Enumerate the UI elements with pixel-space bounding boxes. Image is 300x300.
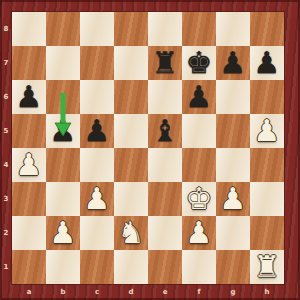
black-bishop-e5[interactable]: ♝	[152, 114, 179, 148]
square-g5[interactable]	[216, 114, 250, 148]
square-g1[interactable]	[216, 250, 250, 284]
square-h5[interactable]: ♟	[250, 114, 284, 148]
square-c6[interactable]	[80, 80, 114, 114]
square-b6[interactable]	[46, 80, 80, 114]
white-pawn-a4[interactable]: ♟	[16, 148, 43, 182]
square-g7[interactable]: ♟	[216, 46, 250, 80]
square-f7[interactable]: ♚	[182, 46, 216, 80]
square-d7[interactable]	[114, 46, 148, 80]
chess-board: ♜♚♟♟♟♟♟♟♝♟♟♟♚♟♟♞♟♜	[12, 12, 284, 284]
square-b8[interactable]	[46, 12, 80, 46]
square-a8[interactable]	[12, 12, 46, 46]
square-f2[interactable]: ♟	[182, 216, 216, 250]
square-e7[interactable]: ♜	[148, 46, 182, 80]
rank-label-7: 7	[0, 46, 12, 80]
square-d6[interactable]	[114, 80, 148, 114]
square-b2[interactable]: ♟	[46, 216, 80, 250]
square-e5[interactable]: ♝	[148, 114, 182, 148]
square-e8[interactable]	[148, 12, 182, 46]
square-f5[interactable]	[182, 114, 216, 148]
black-pawn-a6[interactable]: ♟	[16, 80, 43, 114]
white-rook-h1[interactable]: ♜	[254, 250, 281, 284]
square-h8[interactable]	[250, 12, 284, 46]
square-f1[interactable]	[182, 250, 216, 284]
square-c1[interactable]	[80, 250, 114, 284]
square-h6[interactable]	[250, 80, 284, 114]
square-c4[interactable]	[80, 148, 114, 182]
rank-label-3: 3	[0, 182, 12, 216]
square-e3[interactable]	[148, 182, 182, 216]
square-b4[interactable]	[46, 148, 80, 182]
white-pawn-h5[interactable]: ♟	[254, 114, 281, 148]
black-rook-e7[interactable]: ♜	[152, 46, 179, 80]
square-a2[interactable]	[12, 216, 46, 250]
rank-label-8: 8	[0, 12, 12, 46]
file-label-d: d	[114, 285, 148, 299]
square-e6[interactable]	[148, 80, 182, 114]
black-pawn-c5[interactable]: ♟	[84, 114, 111, 148]
square-g2[interactable]	[216, 216, 250, 250]
square-a1[interactable]	[12, 250, 46, 284]
rank-label-1: 1	[0, 250, 12, 284]
chess-board-frame: ♜♚♟♟♟♟♟♟♝♟♟♟♚♟♟♞♟♜ 87654321 abcdefgh	[0, 0, 300, 300]
square-d5[interactable]	[114, 114, 148, 148]
rank-label-6: 6	[0, 80, 12, 114]
white-pawn-c3[interactable]: ♟	[84, 182, 111, 216]
white-pawn-g3[interactable]: ♟	[220, 182, 247, 216]
file-label-c: c	[80, 285, 114, 299]
square-g4[interactable]	[216, 148, 250, 182]
file-label-e: e	[148, 285, 182, 299]
square-e4[interactable]	[148, 148, 182, 182]
square-f8[interactable]	[182, 12, 216, 46]
square-c3[interactable]: ♟	[80, 182, 114, 216]
file-label-g: g	[216, 285, 250, 299]
square-d8[interactable]	[114, 12, 148, 46]
square-d2[interactable]: ♞	[114, 216, 148, 250]
square-d4[interactable]	[114, 148, 148, 182]
square-d1[interactable]	[114, 250, 148, 284]
square-c2[interactable]	[80, 216, 114, 250]
square-a7[interactable]	[12, 46, 46, 80]
square-g6[interactable]	[216, 80, 250, 114]
square-h4[interactable]	[250, 148, 284, 182]
file-label-b: b	[46, 285, 80, 299]
black-pawn-b5[interactable]: ♟	[50, 114, 77, 148]
square-a6[interactable]: ♟	[12, 80, 46, 114]
square-h1[interactable]: ♜	[250, 250, 284, 284]
white-king-f3[interactable]: ♚	[186, 182, 213, 216]
black-pawn-h7[interactable]: ♟	[254, 46, 281, 80]
square-e2[interactable]	[148, 216, 182, 250]
square-f3[interactable]: ♚	[182, 182, 216, 216]
square-g3[interactable]: ♟	[216, 182, 250, 216]
white-pawn-f2[interactable]: ♟	[186, 216, 213, 250]
square-e1[interactable]	[148, 250, 182, 284]
square-c7[interactable]	[80, 46, 114, 80]
square-a5[interactable]	[12, 114, 46, 148]
rank-label-2: 2	[0, 216, 12, 250]
file-label-h: h	[250, 285, 284, 299]
square-a4[interactable]: ♟	[12, 148, 46, 182]
square-h7[interactable]: ♟	[250, 46, 284, 80]
square-b1[interactable]	[46, 250, 80, 284]
black-pawn-f6[interactable]: ♟	[186, 80, 213, 114]
square-c5[interactable]: ♟	[80, 114, 114, 148]
square-g8[interactable]	[216, 12, 250, 46]
square-b5[interactable]: ♟	[46, 114, 80, 148]
black-pawn-g7[interactable]: ♟	[220, 46, 247, 80]
square-h3[interactable]	[250, 182, 284, 216]
square-h2[interactable]	[250, 216, 284, 250]
white-knight-d2[interactable]: ♞	[118, 216, 145, 250]
rank-label-5: 5	[0, 114, 12, 148]
rank-label-4: 4	[0, 148, 12, 182]
square-f6[interactable]: ♟	[182, 80, 216, 114]
file-label-f: f	[182, 285, 216, 299]
file-label-a: a	[12, 285, 46, 299]
square-f4[interactable]	[182, 148, 216, 182]
white-pawn-b2[interactable]: ♟	[50, 216, 77, 250]
square-d3[interactable]	[114, 182, 148, 216]
square-c8[interactable]	[80, 12, 114, 46]
square-b3[interactable]	[46, 182, 80, 216]
square-b7[interactable]	[46, 46, 80, 80]
square-a3[interactable]	[12, 182, 46, 216]
black-king-f7[interactable]: ♚	[186, 46, 213, 80]
